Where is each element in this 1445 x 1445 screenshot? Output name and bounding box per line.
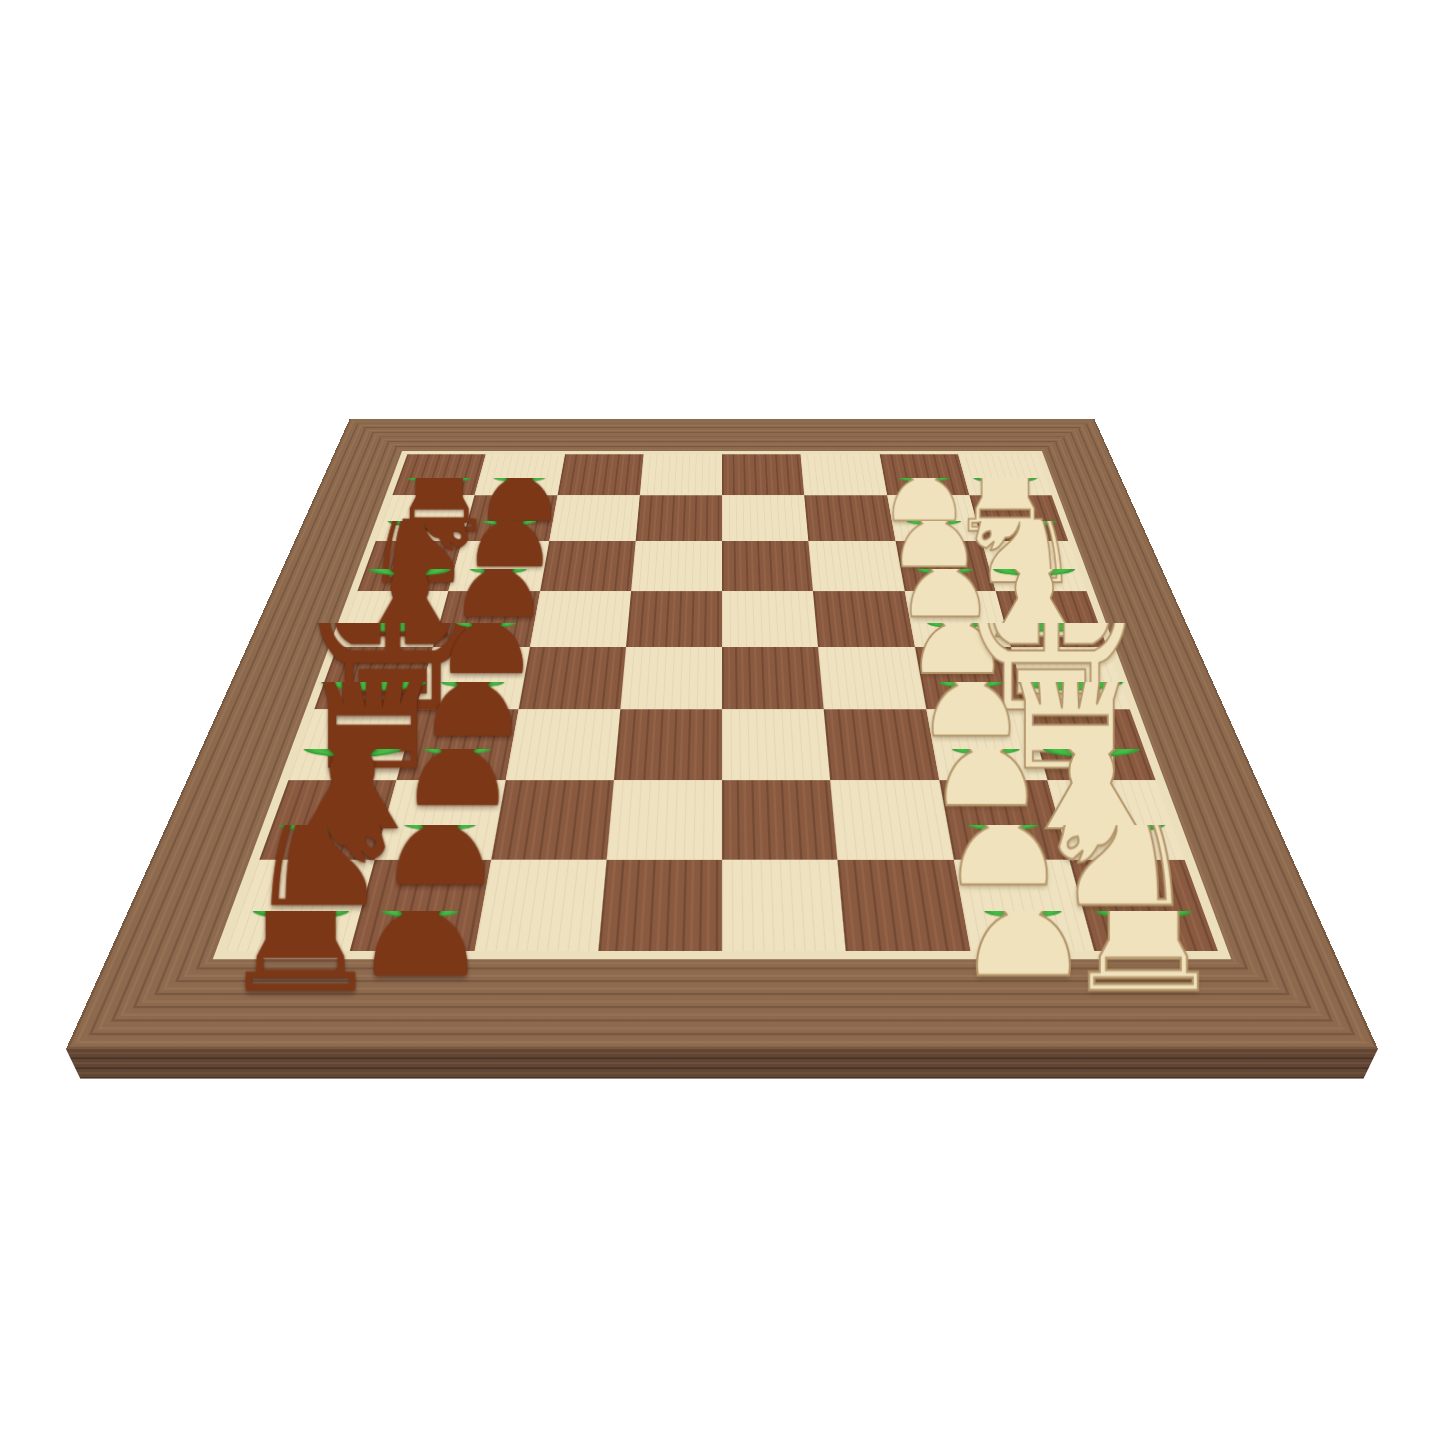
square-h6[interactable] bbox=[557, 454, 643, 495]
maple-inlay-border: ♜♟♟♜♞♟♟♞♝♟♟♝♚♟♟♚♛♟♟♛♝♟♟♝♞♟♟♞♜♟♟♜ bbox=[213, 451, 1232, 959]
walnut-frame-near-bar bbox=[66, 957, 1378, 1049]
square-b4[interactable] bbox=[722, 780, 838, 860]
square-h3[interactable] bbox=[801, 454, 887, 495]
square-c3[interactable] bbox=[824, 709, 939, 779]
square-e6[interactable] bbox=[530, 591, 631, 647]
square-a7[interactable]: ♟ bbox=[350, 860, 491, 951]
square-d3[interactable] bbox=[818, 647, 926, 709]
square-g5[interactable] bbox=[635, 495, 722, 540]
square-f6[interactable] bbox=[540, 541, 636, 591]
square-b6[interactable] bbox=[491, 780, 614, 860]
square-a3[interactable] bbox=[838, 860, 970, 951]
square-e5[interactable] bbox=[626, 591, 722, 647]
chess-board: ♜♟♟♜♞♟♟♞♝♟♟♝♚♟♟♚♛♟♟♛♝♟♟♝♞♟♟♞♜♟♟♜ bbox=[66, 419, 1378, 1049]
square-f5[interactable] bbox=[631, 541, 722, 591]
square-c6[interactable] bbox=[505, 709, 620, 779]
square-a1[interactable]: ♜ bbox=[1069, 860, 1218, 951]
square-a4[interactable] bbox=[722, 860, 846, 951]
square-g6[interactable] bbox=[549, 495, 640, 540]
product-photo-scene: Wooden chess set in the starting positio… bbox=[0, 0, 1445, 1445]
board-grid: ♜♟♟♜♞♟♟♞♝♟♟♝♚♟♟♚♛♟♟♛♝♟♟♝♞♟♟♞♜♟♟♜ bbox=[226, 454, 1218, 951]
square-c5[interactable] bbox=[614, 709, 722, 779]
square-h5[interactable] bbox=[640, 454, 722, 495]
square-g3[interactable] bbox=[804, 495, 895, 540]
board-front-edge bbox=[66, 1049, 1378, 1079]
square-b5[interactable] bbox=[606, 780, 722, 860]
square-g4[interactable] bbox=[722, 495, 809, 540]
square-e3[interactable] bbox=[813, 591, 914, 647]
square-c4[interactable] bbox=[722, 709, 830, 779]
square-f4[interactable] bbox=[722, 541, 813, 591]
square-d4[interactable] bbox=[722, 647, 824, 709]
square-a5[interactable] bbox=[598, 860, 722, 951]
square-h4[interactable] bbox=[722, 454, 804, 495]
square-e4[interactable] bbox=[722, 591, 818, 647]
square-b3[interactable] bbox=[830, 780, 953, 860]
square-a6[interactable] bbox=[474, 860, 606, 951]
square-d5[interactable] bbox=[620, 647, 722, 709]
square-d6[interactable] bbox=[518, 647, 626, 709]
square-f3[interactable] bbox=[809, 541, 905, 591]
